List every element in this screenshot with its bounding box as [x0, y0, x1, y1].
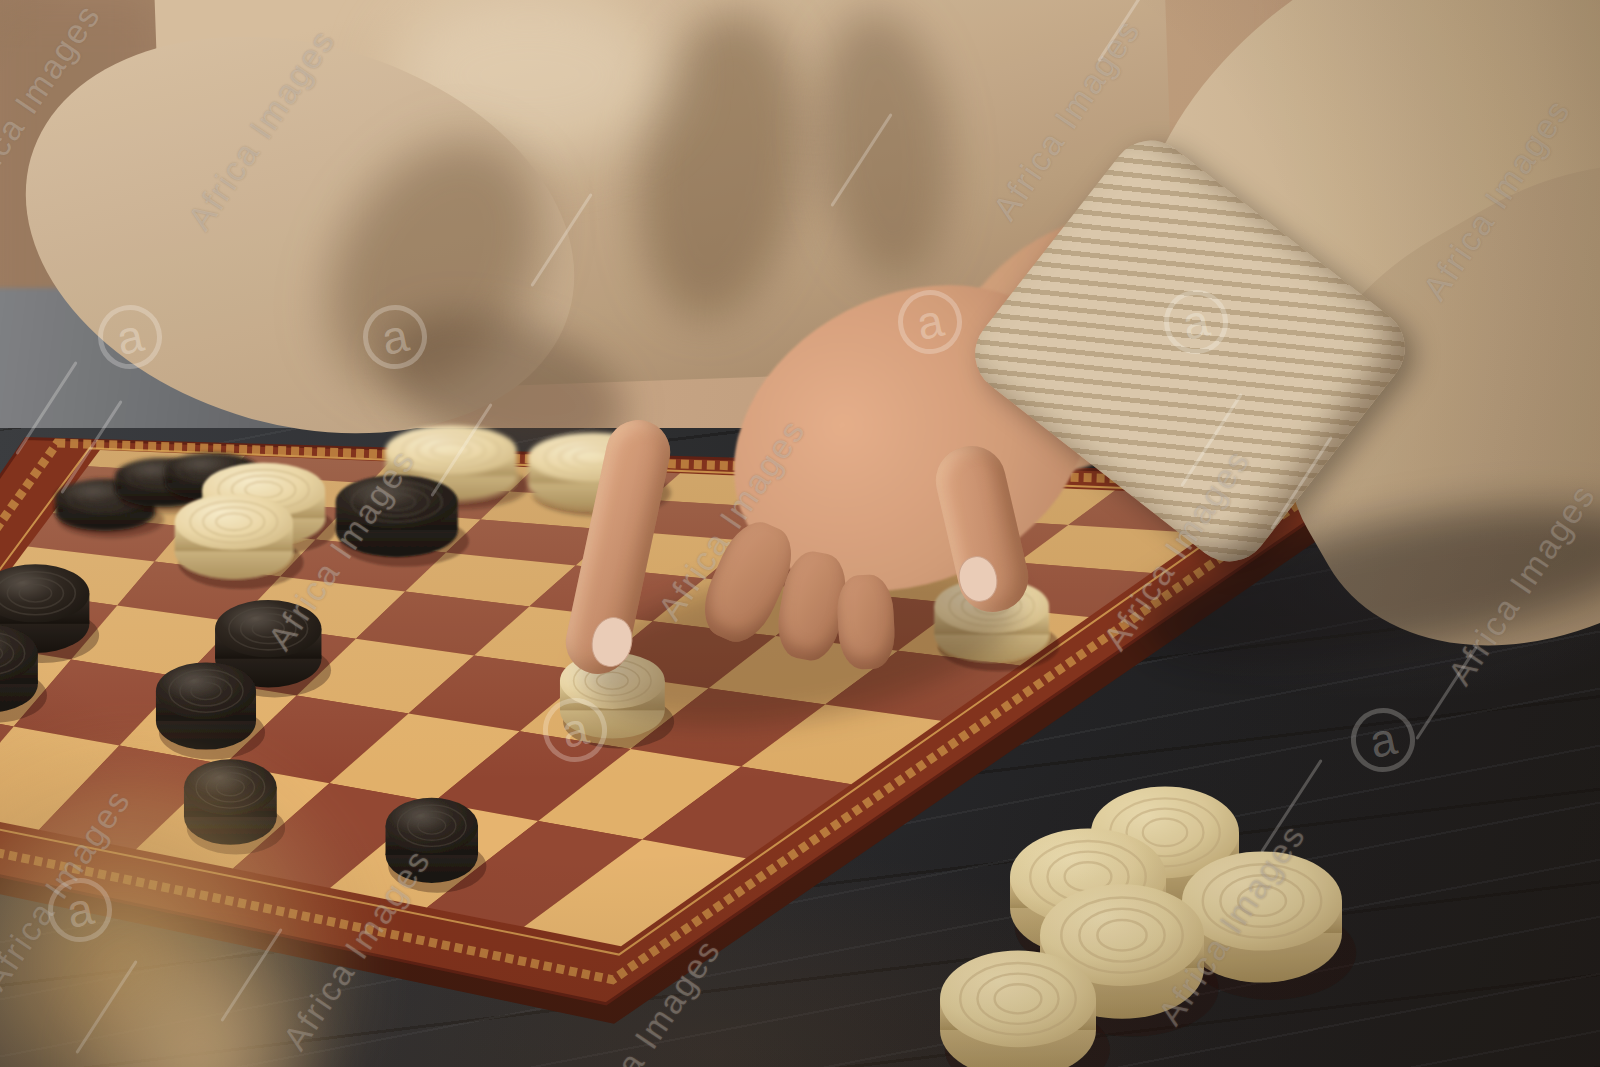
- black-checker-c6: [336, 475, 469, 567]
- white-checker-b5: [175, 494, 304, 589]
- curled-little-finger: [836, 574, 897, 671]
- checkers-photo-scene: Africa ImagesAfrica ImagesAfrica ImagesA…: [0, 0, 1600, 1067]
- black-checker-f1: [386, 798, 487, 893]
- black-checker-c2: [156, 662, 265, 759]
